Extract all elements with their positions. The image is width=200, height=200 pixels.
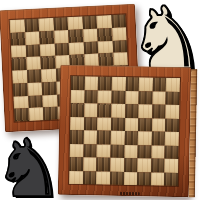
board-square xyxy=(97,130,111,144)
board-square xyxy=(41,69,56,82)
board-square xyxy=(83,157,97,171)
board-square xyxy=(26,57,41,70)
board-square xyxy=(138,104,152,118)
board-square xyxy=(151,158,165,172)
board-square xyxy=(71,76,85,90)
board-square xyxy=(71,89,85,103)
board-square xyxy=(83,130,97,144)
board-square xyxy=(14,108,29,121)
board-square xyxy=(97,117,111,131)
board-square xyxy=(125,117,139,131)
board-square xyxy=(10,32,25,45)
board-square xyxy=(139,77,153,91)
board-square xyxy=(12,70,27,83)
board-square xyxy=(42,94,57,107)
board-square xyxy=(70,116,84,130)
board-square xyxy=(151,145,165,159)
board-square xyxy=(166,105,180,119)
board-square xyxy=(98,40,113,53)
board-square xyxy=(139,91,153,105)
board-square xyxy=(84,90,98,104)
board-square xyxy=(137,172,151,186)
board-square xyxy=(13,96,28,109)
board-square xyxy=(96,171,110,185)
board-square xyxy=(110,158,124,172)
board-square xyxy=(53,17,68,30)
board-square xyxy=(138,131,152,145)
board-square xyxy=(124,131,138,145)
board-square xyxy=(123,171,137,185)
board-square xyxy=(111,90,125,104)
board-square xyxy=(164,172,178,186)
front-chess-board xyxy=(58,65,197,198)
board-square xyxy=(68,29,83,42)
board-square xyxy=(113,52,128,65)
board-square xyxy=(124,144,138,158)
scene: ♞ ♞ xyxy=(0,0,200,200)
board-square xyxy=(84,76,98,90)
board-square xyxy=(39,18,54,31)
maker-stamp-mark xyxy=(120,192,140,195)
front-board-frame xyxy=(58,65,191,197)
board-square xyxy=(28,108,43,121)
board-square xyxy=(13,83,28,96)
board-square xyxy=(166,78,180,92)
board-square xyxy=(97,28,112,41)
board-square xyxy=(124,158,138,172)
board-square xyxy=(111,14,126,27)
board-square xyxy=(96,15,111,28)
board-square xyxy=(11,45,26,58)
board-square xyxy=(125,104,139,118)
board-square xyxy=(69,143,83,157)
board-square xyxy=(152,91,166,105)
board-square xyxy=(111,104,125,118)
board-square xyxy=(153,77,167,91)
board-square xyxy=(69,170,83,184)
board-square xyxy=(24,18,39,31)
board-square xyxy=(97,144,111,158)
board-square xyxy=(111,117,125,131)
board-square xyxy=(70,103,84,117)
board-square xyxy=(125,77,139,91)
board-square xyxy=(43,107,58,120)
board-square xyxy=(54,30,69,43)
board-square xyxy=(40,56,55,69)
board-square xyxy=(27,69,42,82)
board-square xyxy=(98,103,112,117)
board-square xyxy=(42,81,57,94)
board-square xyxy=(39,31,54,44)
board-square xyxy=(69,157,83,171)
board-square xyxy=(68,16,83,29)
board-square xyxy=(98,76,112,90)
board-square xyxy=(165,132,179,146)
board-square xyxy=(165,145,179,159)
board-square xyxy=(138,145,152,159)
board-square xyxy=(10,19,25,32)
board-square xyxy=(166,91,180,105)
board-square xyxy=(151,131,165,145)
board-square xyxy=(83,144,97,158)
board-square xyxy=(40,43,55,56)
board-square xyxy=(152,104,166,118)
board-square xyxy=(98,90,112,104)
board-square xyxy=(111,131,125,145)
board-square xyxy=(25,31,40,44)
board-square xyxy=(69,42,84,55)
board-square xyxy=(110,144,124,158)
board-square xyxy=(82,16,97,29)
board-square xyxy=(112,27,127,40)
board-square xyxy=(70,130,84,144)
board-square xyxy=(137,158,151,172)
board-square xyxy=(96,157,110,171)
front-board-grid xyxy=(69,76,180,186)
board-square xyxy=(84,117,98,131)
board-square xyxy=(27,82,42,95)
board-square xyxy=(152,118,166,132)
board-square xyxy=(54,43,69,56)
board-square xyxy=(112,77,126,91)
board-side-edge xyxy=(189,69,197,197)
board-square xyxy=(165,118,179,132)
board-square xyxy=(83,171,97,185)
board-square xyxy=(25,44,40,57)
board-square xyxy=(165,159,179,173)
board-square xyxy=(151,172,165,186)
black-knight-icon: ♞ xyxy=(0,129,65,200)
board-square xyxy=(112,40,127,53)
board-square xyxy=(110,171,124,185)
board-square xyxy=(28,95,43,108)
board-square xyxy=(83,41,98,54)
board-square xyxy=(11,57,26,70)
board-square xyxy=(84,103,98,117)
board-square xyxy=(125,90,139,104)
board-square xyxy=(83,28,98,41)
board-square xyxy=(138,118,152,132)
